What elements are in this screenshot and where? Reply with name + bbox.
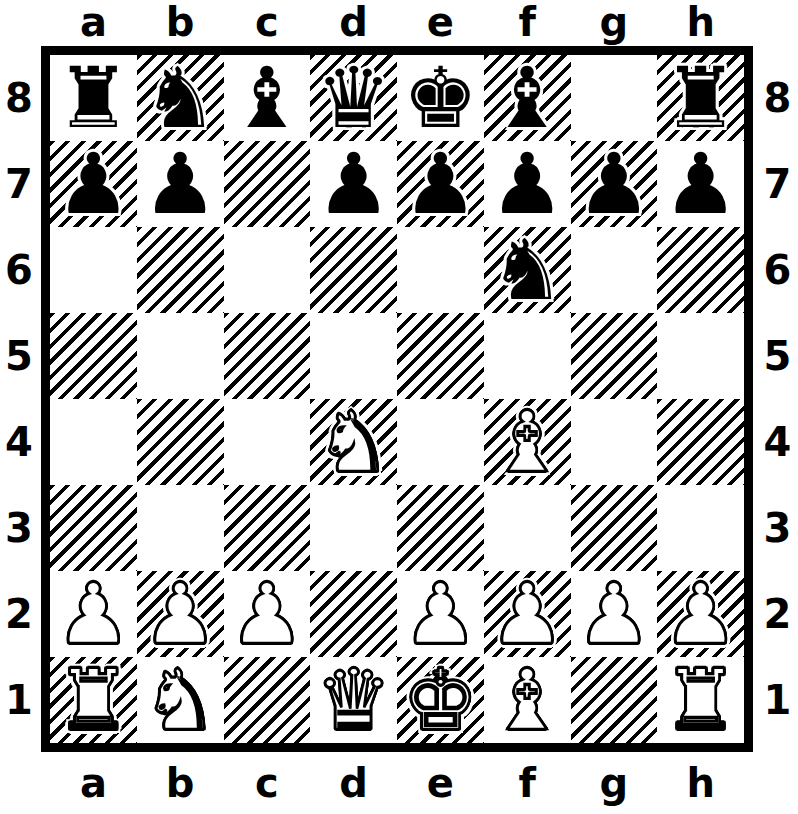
square-d6[interactable] bbox=[310, 227, 397, 313]
file-label-bottom-a: a bbox=[50, 754, 137, 812]
square-f6[interactable]: ♞ bbox=[484, 227, 571, 313]
square-c4[interactable] bbox=[224, 399, 311, 485]
square-e2[interactable]: ♟ bbox=[397, 571, 484, 657]
square-b5[interactable] bbox=[137, 313, 224, 399]
white-knight: ♞ bbox=[142, 658, 217, 742]
square-h4[interactable] bbox=[657, 399, 744, 485]
black-pawn: ♟ bbox=[316, 142, 391, 226]
rank-label-left-2: 2 bbox=[0, 571, 38, 657]
black-rook: ♜ bbox=[663, 56, 738, 140]
coord-label: b bbox=[166, 2, 195, 42]
square-a1[interactable]: ♜ bbox=[50, 657, 137, 743]
black-pawn: ♟ bbox=[663, 142, 738, 226]
square-c7[interactable] bbox=[224, 141, 311, 227]
coord-label: c bbox=[255, 2, 279, 42]
coord-label: 1 bbox=[764, 680, 792, 720]
square-f3[interactable] bbox=[484, 485, 571, 571]
square-g6[interactable] bbox=[571, 227, 658, 313]
file-label-top-f: f bbox=[484, 0, 571, 44]
rank-labels-right: 87654321 bbox=[757, 55, 798, 743]
square-g5[interactable] bbox=[571, 313, 658, 399]
square-c3[interactable] bbox=[224, 485, 311, 571]
rank-label-left-7: 7 bbox=[0, 141, 38, 227]
black-bishop: ♝ bbox=[229, 56, 304, 140]
rank-label-left-8: 8 bbox=[0, 55, 38, 141]
file-label-bottom-h: h bbox=[657, 754, 744, 812]
square-g2[interactable]: ♟ bbox=[571, 571, 658, 657]
rank-label-right-4: 4 bbox=[757, 399, 798, 485]
coord-label: f bbox=[518, 763, 535, 803]
square-c2[interactable]: ♟ bbox=[224, 571, 311, 657]
file-label-top-d: d bbox=[310, 0, 397, 44]
file-label-bottom-c: c bbox=[224, 754, 311, 812]
square-b7[interactable]: ♟ bbox=[137, 141, 224, 227]
black-knight: ♞ bbox=[489, 228, 564, 312]
square-b3[interactable] bbox=[137, 485, 224, 571]
coord-label: f bbox=[518, 2, 535, 42]
rank-label-right-1: 1 bbox=[757, 657, 798, 743]
coord-label: g bbox=[600, 2, 629, 42]
coord-label: 4 bbox=[5, 422, 33, 462]
file-labels-bottom: abcdefgh bbox=[50, 754, 744, 812]
coord-label: d bbox=[339, 763, 368, 803]
square-e1[interactable]: ♚ bbox=[397, 657, 484, 743]
square-a6[interactable] bbox=[50, 227, 137, 313]
white-pawn: ♟ bbox=[489, 572, 564, 656]
black-bishop: ♝ bbox=[489, 56, 564, 140]
square-a8[interactable]: ♜ bbox=[50, 55, 137, 141]
file-label-top-c: c bbox=[224, 0, 311, 44]
square-h8[interactable]: ♜ bbox=[657, 55, 744, 141]
file-label-bottom-g: g bbox=[571, 754, 658, 812]
rank-label-left-3: 3 bbox=[0, 485, 38, 571]
white-pawn: ♟ bbox=[229, 572, 304, 656]
square-h5[interactable] bbox=[657, 313, 744, 399]
square-e5[interactable] bbox=[397, 313, 484, 399]
square-e3[interactable] bbox=[397, 485, 484, 571]
square-f8[interactable]: ♝ bbox=[484, 55, 571, 141]
square-f7[interactable]: ♟ bbox=[484, 141, 571, 227]
square-f5[interactable] bbox=[484, 313, 571, 399]
coord-label: 1 bbox=[5, 680, 33, 720]
rank-label-left-4: 4 bbox=[0, 399, 38, 485]
black-pawn: ♟ bbox=[576, 142, 651, 226]
square-h7[interactable]: ♟ bbox=[657, 141, 744, 227]
coord-label: 5 bbox=[764, 336, 792, 376]
rank-label-left-6: 6 bbox=[0, 227, 38, 313]
black-pawn: ♟ bbox=[403, 142, 478, 226]
chess-board: ♜♞♝♛♚♝♜♟♟♟♟♟♟♟♞♞♝♟♟♟♟♟♟♟♜♞♛♚♝♜ bbox=[41, 46, 753, 752]
square-b4[interactable] bbox=[137, 399, 224, 485]
coord-label: 3 bbox=[5, 508, 33, 548]
coord-label: g bbox=[600, 763, 629, 803]
file-label-top-h: h bbox=[657, 0, 744, 44]
file-label-top-g: g bbox=[571, 0, 658, 44]
coord-label: e bbox=[427, 763, 454, 803]
square-d2[interactable] bbox=[310, 571, 397, 657]
file-label-top-b: b bbox=[137, 0, 224, 44]
rank-label-right-2: 2 bbox=[757, 571, 798, 657]
coord-label: 6 bbox=[764, 250, 792, 290]
file-label-top-a: a bbox=[50, 0, 137, 44]
rank-label-right-5: 5 bbox=[757, 313, 798, 399]
coord-label: 2 bbox=[5, 594, 33, 634]
square-f2[interactable]: ♟ bbox=[484, 571, 571, 657]
black-queen: ♛ bbox=[316, 56, 391, 140]
white-pawn: ♟ bbox=[576, 572, 651, 656]
square-a3[interactable] bbox=[50, 485, 137, 571]
rank-label-right-3: 3 bbox=[757, 485, 798, 571]
square-d7[interactable]: ♟ bbox=[310, 141, 397, 227]
coord-label: c bbox=[255, 763, 279, 803]
square-a4[interactable] bbox=[50, 399, 137, 485]
coord-label: 7 bbox=[764, 164, 792, 204]
black-rook: ♜ bbox=[56, 56, 131, 140]
square-b2[interactable]: ♟ bbox=[137, 571, 224, 657]
square-d1[interactable]: ♛ bbox=[310, 657, 397, 743]
black-king: ♚ bbox=[403, 56, 478, 140]
chess-diagram: abcdefgh 87654321 ♜♞♝♛♚♝♜♟♟♟♟♟♟♟♞♞♝♟♟♟♟♟… bbox=[0, 0, 798, 814]
square-e4[interactable] bbox=[397, 399, 484, 485]
square-c8[interactable]: ♝ bbox=[224, 55, 311, 141]
square-g8[interactable] bbox=[571, 55, 658, 141]
white-king: ♚ bbox=[403, 658, 478, 742]
white-knight: ♞ bbox=[316, 400, 391, 484]
rank-label-left-5: 5 bbox=[0, 313, 38, 399]
file-label-bottom-b: b bbox=[137, 754, 224, 812]
black-pawn: ♟ bbox=[142, 142, 217, 226]
square-d8[interactable]: ♛ bbox=[310, 55, 397, 141]
file-label-bottom-f: f bbox=[484, 754, 571, 812]
square-a5[interactable] bbox=[50, 313, 137, 399]
square-c1[interactable] bbox=[224, 657, 311, 743]
white-queen: ♛ bbox=[316, 658, 391, 742]
coord-label: 5 bbox=[5, 336, 33, 376]
square-h1[interactable]: ♜ bbox=[657, 657, 744, 743]
square-f1[interactable]: ♝ bbox=[484, 657, 571, 743]
square-g4[interactable] bbox=[571, 399, 658, 485]
square-g1[interactable] bbox=[571, 657, 658, 743]
white-bishop: ♝ bbox=[489, 400, 564, 484]
square-c5[interactable] bbox=[224, 313, 311, 399]
white-pawn: ♟ bbox=[403, 572, 478, 656]
square-b1[interactable]: ♞ bbox=[137, 657, 224, 743]
white-pawn: ♟ bbox=[663, 572, 738, 656]
coord-label: h bbox=[686, 763, 714, 803]
rank-labels-left: 87654321 bbox=[0, 55, 38, 743]
white-rook: ♜ bbox=[663, 658, 738, 742]
coord-label: 2 bbox=[764, 594, 792, 634]
square-e6[interactable] bbox=[397, 227, 484, 313]
square-d5[interactable] bbox=[310, 313, 397, 399]
square-g7[interactable]: ♟ bbox=[571, 141, 658, 227]
square-c6[interactable] bbox=[224, 227, 311, 313]
coord-label: a bbox=[80, 763, 107, 803]
rank-label-right-6: 6 bbox=[757, 227, 798, 313]
black-pawn: ♟ bbox=[489, 142, 564, 226]
coord-label: 8 bbox=[5, 78, 33, 118]
file-label-bottom-d: d bbox=[310, 754, 397, 812]
black-knight: ♞ bbox=[142, 56, 217, 140]
white-pawn: ♟ bbox=[142, 572, 217, 656]
square-b6[interactable] bbox=[137, 227, 224, 313]
square-e7[interactable]: ♟ bbox=[397, 141, 484, 227]
coord-label: 4 bbox=[764, 422, 792, 462]
white-rook: ♜ bbox=[56, 658, 131, 742]
file-label-bottom-e: e bbox=[397, 754, 484, 812]
coord-label: b bbox=[166, 763, 195, 803]
coord-label: 3 bbox=[764, 508, 792, 548]
file-label-top-e: e bbox=[397, 0, 484, 44]
coord-label: 6 bbox=[5, 250, 33, 290]
white-bishop: ♝ bbox=[489, 658, 564, 742]
square-h2[interactable]: ♟ bbox=[657, 571, 744, 657]
rank-label-right-7: 7 bbox=[757, 141, 798, 227]
square-a7[interactable]: ♟ bbox=[50, 141, 137, 227]
square-g3[interactable] bbox=[571, 485, 658, 571]
coord-label: a bbox=[80, 2, 107, 42]
coord-label: h bbox=[686, 2, 714, 42]
square-h3[interactable] bbox=[657, 485, 744, 571]
coord-label: d bbox=[339, 2, 368, 42]
file-labels-top: abcdefgh bbox=[50, 0, 744, 44]
square-b8[interactable]: ♞ bbox=[137, 55, 224, 141]
square-a2[interactable]: ♟ bbox=[50, 571, 137, 657]
rank-label-right-8: 8 bbox=[757, 55, 798, 141]
square-f4[interactable]: ♝ bbox=[484, 399, 571, 485]
coord-label: e bbox=[427, 2, 454, 42]
coord-label: 7 bbox=[5, 164, 33, 204]
square-d3[interactable] bbox=[310, 485, 397, 571]
black-pawn: ♟ bbox=[56, 142, 131, 226]
square-e8[interactable]: ♚ bbox=[397, 55, 484, 141]
rank-label-left-1: 1 bbox=[0, 657, 38, 743]
square-d4[interactable]: ♞ bbox=[310, 399, 397, 485]
square-h6[interactable] bbox=[657, 227, 744, 313]
coord-label: 8 bbox=[764, 78, 792, 118]
white-pawn: ♟ bbox=[56, 572, 131, 656]
